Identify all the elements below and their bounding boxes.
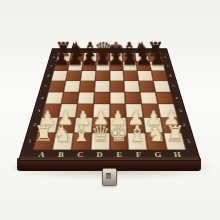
rank-label-right-6: 6	[165, 71, 176, 81]
rank-label-right-8: 8	[161, 53, 171, 61]
chess-board: ABCDEFGH8877665544332211 ♜♞♝♛♚♝♞♜♟♟♟♟♟♟♟…	[18, 48, 201, 161]
metal-clasp-latch	[102, 168, 117, 186]
rank-label-right-5: 5	[168, 81, 180, 92]
piece-white-bishop-c1: ♝	[72, 123, 92, 145]
clasp-keeper	[106, 173, 111, 179]
piece-white-queen-d1: ♛	[90, 123, 110, 145]
rank-label-right-4: 4	[171, 92, 183, 104]
piece-white-knight-g1: ♞	[147, 123, 167, 145]
piece-white-knight-b1: ♞	[53, 123, 73, 145]
piece-white-king-e1: ♚	[109, 123, 129, 145]
rank-label-right-7: 7	[163, 62, 173, 71]
product-photo-scene: ABCDEFGH8877665544332211 ♜♞♝♛♚♝♞♜♟♟♟♟♟♟♟…	[0, 0, 220, 220]
piece-white-bishop-f1: ♝	[128, 123, 148, 145]
